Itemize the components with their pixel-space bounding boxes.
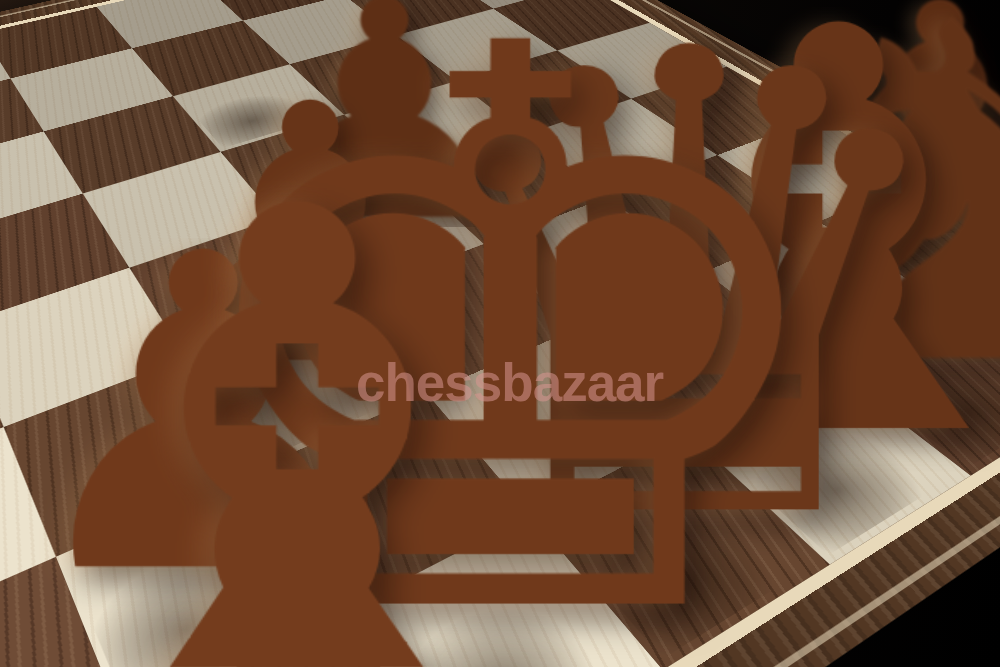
square-d6 <box>345 244 576 394</box>
chessboard: ♞♟♟♟♟♟♝♚♛♝♞ <box>0 0 1000 667</box>
square-c8: ♝ <box>688 363 971 565</box>
piece-shadow <box>859 208 1000 296</box>
board-grid: ♞♟♟♟♟♟♝♚♛♝♞ <box>0 0 1000 667</box>
piece-shadow <box>191 87 316 149</box>
piece-shadow <box>82 530 295 667</box>
scene: ♞♟♟♟♟♟♝♚♛♝♞ <box>0 0 1000 667</box>
product-photo-stage: ♞♟♟♟♟♟♝♚♛♝♞ chessbazaar <box>0 0 1000 667</box>
piece-shadow <box>212 339 388 461</box>
piece-shadow <box>385 581 616 667</box>
